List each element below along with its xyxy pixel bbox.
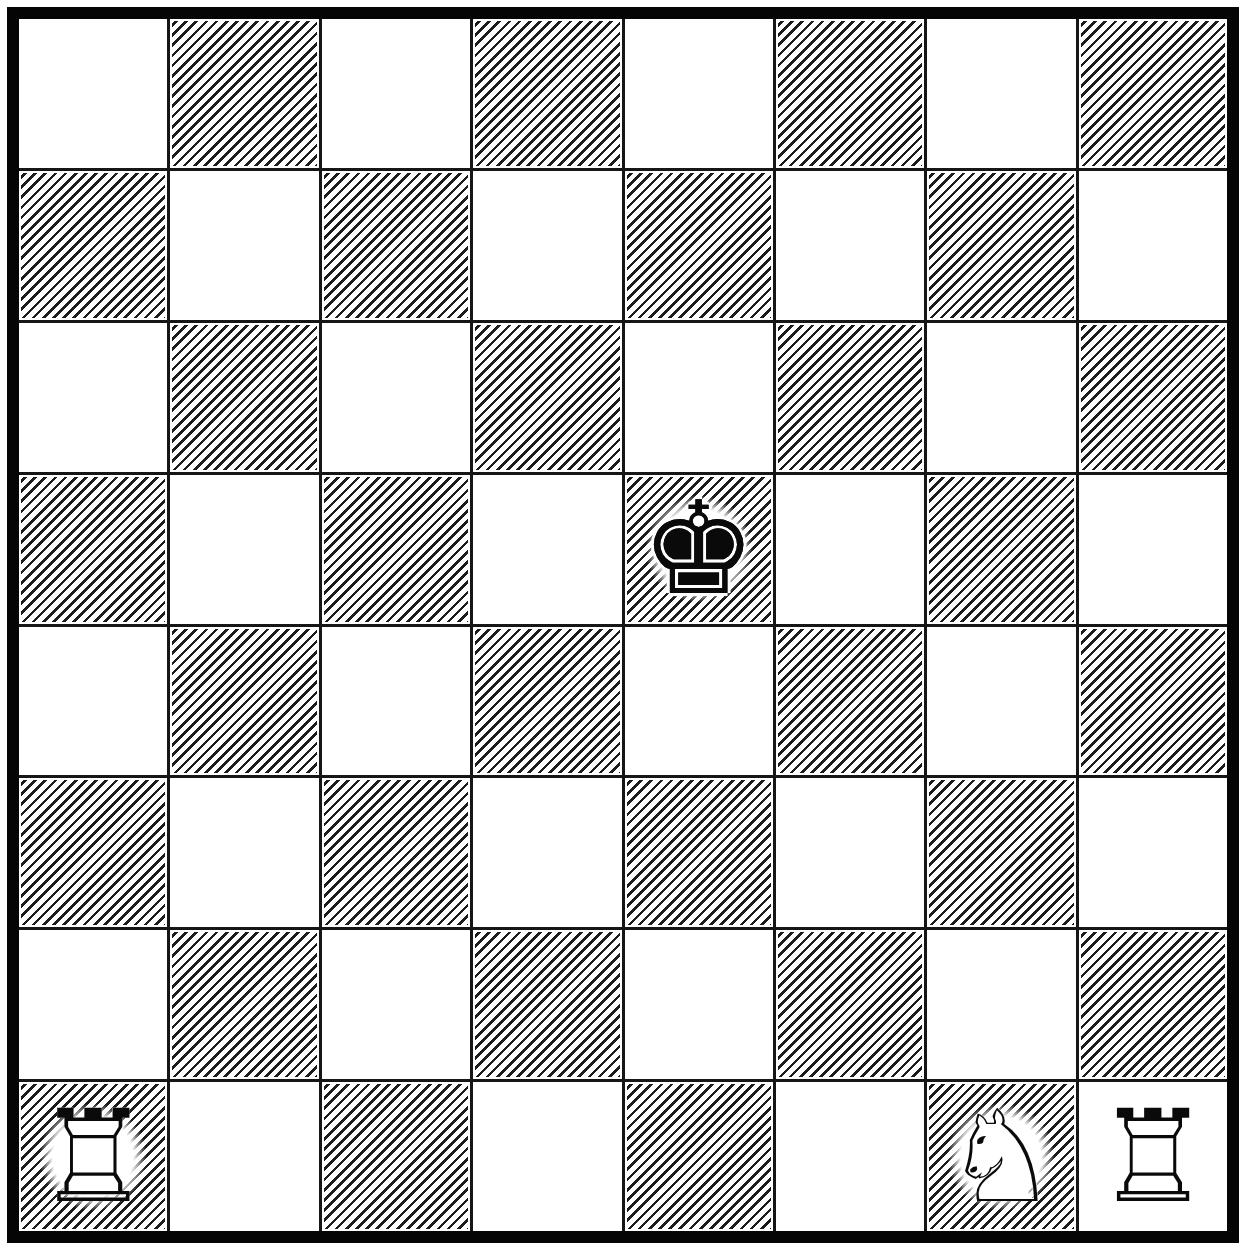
square-c5[interactable] xyxy=(322,475,470,624)
square-g8[interactable] xyxy=(927,19,1075,168)
square-g6[interactable] xyxy=(927,323,1075,472)
square-d5[interactable] xyxy=(473,475,621,624)
square-g3[interactable] xyxy=(927,778,1075,927)
square-c8[interactable] xyxy=(322,19,470,168)
square-f3[interactable] xyxy=(776,778,924,927)
white-knight-g1: ♞♘ xyxy=(932,1088,1070,1226)
square-e8[interactable] xyxy=(625,19,773,168)
board: ♚♚♜♖♞♘♜♖ xyxy=(19,19,1227,1231)
square-b4[interactable] xyxy=(170,627,318,776)
square-d7[interactable] xyxy=(473,171,621,320)
square-e6[interactable] xyxy=(625,323,773,472)
square-b1[interactable] xyxy=(170,1082,318,1231)
white-rook-h1: ♜♖ xyxy=(1084,1088,1222,1226)
square-g2[interactable] xyxy=(927,930,1075,1079)
square-a1[interactable]: ♜♖ xyxy=(19,1082,167,1231)
square-e2[interactable] xyxy=(625,930,773,1079)
piece-outline-glyph: ♘ xyxy=(932,1088,1070,1226)
square-c3[interactable] xyxy=(322,778,470,927)
square-g4[interactable] xyxy=(927,627,1075,776)
square-c6[interactable] xyxy=(322,323,470,472)
square-e5[interactable]: ♚♚ xyxy=(625,475,773,624)
square-b8[interactable] xyxy=(170,19,318,168)
square-a3[interactable] xyxy=(19,778,167,927)
white-rook-a1: ♜♖ xyxy=(24,1088,162,1226)
square-h3[interactable] xyxy=(1079,778,1227,927)
square-e7[interactable] xyxy=(625,171,773,320)
square-a4[interactable] xyxy=(19,627,167,776)
board-frame: ♚♚♜♖♞♘♜♖ xyxy=(7,7,1239,1243)
square-h4[interactable] xyxy=(1079,627,1227,776)
square-a8[interactable] xyxy=(19,19,167,168)
square-f5[interactable] xyxy=(776,475,924,624)
square-d6[interactable] xyxy=(473,323,621,472)
square-d3[interactable] xyxy=(473,778,621,927)
piece-outline-glyph: ♖ xyxy=(1084,1088,1222,1226)
square-f8[interactable] xyxy=(776,19,924,168)
square-a6[interactable] xyxy=(19,323,167,472)
square-c2[interactable] xyxy=(322,930,470,1079)
piece-outline-glyph: ♚ xyxy=(630,480,768,618)
square-b3[interactable] xyxy=(170,778,318,927)
square-c1[interactable] xyxy=(322,1082,470,1231)
square-d1[interactable] xyxy=(473,1082,621,1231)
chess-diagram: ♚♚♜♖♞♘♜♖ xyxy=(0,0,1246,1250)
square-a2[interactable] xyxy=(19,930,167,1079)
piece-outline-glyph: ♖ xyxy=(24,1088,162,1226)
square-f6[interactable] xyxy=(776,323,924,472)
square-d2[interactable] xyxy=(473,930,621,1079)
square-h5[interactable] xyxy=(1079,475,1227,624)
square-a5[interactable] xyxy=(19,475,167,624)
square-e1[interactable] xyxy=(625,1082,773,1231)
square-h6[interactable] xyxy=(1079,323,1227,472)
square-g5[interactable] xyxy=(927,475,1075,624)
black-king-e5: ♚♚ xyxy=(630,480,768,618)
square-f4[interactable] xyxy=(776,627,924,776)
square-b2[interactable] xyxy=(170,930,318,1079)
square-b7[interactable] xyxy=(170,171,318,320)
square-f1[interactable] xyxy=(776,1082,924,1231)
square-b6[interactable] xyxy=(170,323,318,472)
square-d4[interactable] xyxy=(473,627,621,776)
square-e4[interactable] xyxy=(625,627,773,776)
square-a7[interactable] xyxy=(19,171,167,320)
square-h8[interactable] xyxy=(1079,19,1227,168)
square-b5[interactable] xyxy=(170,475,318,624)
square-e3[interactable] xyxy=(625,778,773,927)
square-h7[interactable] xyxy=(1079,171,1227,320)
square-d8[interactable] xyxy=(473,19,621,168)
square-c7[interactable] xyxy=(322,171,470,320)
square-f2[interactable] xyxy=(776,930,924,1079)
square-h2[interactable] xyxy=(1079,930,1227,1079)
square-g1[interactable]: ♞♘ xyxy=(927,1082,1075,1231)
square-f7[interactable] xyxy=(776,171,924,320)
square-g7[interactable] xyxy=(927,171,1075,320)
square-c4[interactable] xyxy=(322,627,470,776)
square-h1[interactable]: ♜♖ xyxy=(1079,1082,1227,1231)
